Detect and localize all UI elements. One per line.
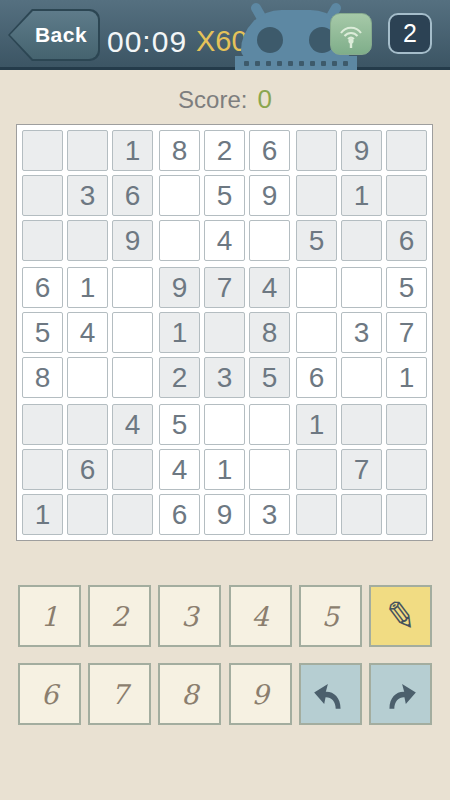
box-3-3: 17 xyxy=(296,404,427,535)
cell-r7c3[interactable]: 4 xyxy=(112,404,153,445)
hint-counter-badge[interactable]: 2 xyxy=(388,13,432,54)
digit-button-7[interactable]: 7 xyxy=(88,663,151,725)
cell-r8c2[interactable]: 6 xyxy=(67,449,108,490)
cell-r7c9[interactable] xyxy=(386,404,427,445)
pencil-button[interactable]: ✎ xyxy=(369,585,432,647)
cell-r6c1[interactable]: 8 xyxy=(22,357,63,398)
digit-button-8[interactable]: 8 xyxy=(158,663,221,725)
cell-r4c2[interactable]: 1 xyxy=(67,267,108,308)
cell-r8c9[interactable] xyxy=(386,449,427,490)
cell-r1c9[interactable] xyxy=(386,130,427,171)
cell-r3c8[interactable] xyxy=(341,220,382,261)
cell-r6c9[interactable]: 1 xyxy=(386,357,427,398)
cell-r2c6[interactable]: 9 xyxy=(249,175,290,216)
cell-r6c8[interactable] xyxy=(341,357,382,398)
back-label: Back xyxy=(35,23,87,47)
cell-r2c1[interactable] xyxy=(22,175,63,216)
box-2-1: 61548 xyxy=(22,267,153,398)
cell-r1c2[interactable] xyxy=(67,130,108,171)
top-bar: Back 00:09 X60 xyxy=(0,0,450,70)
cell-r7c1[interactable] xyxy=(22,404,63,445)
score-label: Score: xyxy=(178,86,247,113)
cell-r6c6[interactable]: 5 xyxy=(249,357,290,398)
cell-r3c4[interactable] xyxy=(159,220,200,261)
cell-r1c5[interactable]: 2 xyxy=(204,130,245,171)
cell-r5c4[interactable]: 1 xyxy=(159,312,200,353)
cell-r2c2[interactable]: 3 xyxy=(67,175,108,216)
cell-r5c7[interactable] xyxy=(296,312,337,353)
cell-r7c7[interactable]: 1 xyxy=(296,404,337,445)
cell-r7c6[interactable] xyxy=(249,404,290,445)
cell-r7c5[interactable] xyxy=(204,404,245,445)
pencil-icon: ✎ xyxy=(382,592,420,640)
cell-r8c4[interactable]: 4 xyxy=(159,449,200,490)
sudoku-grid: 1369826594915661548974182355376146154169… xyxy=(22,130,427,535)
cell-r5c3[interactable] xyxy=(112,312,153,353)
cell-r9c1[interactable]: 1 xyxy=(22,494,63,535)
cell-r9c7[interactable] xyxy=(296,494,337,535)
robot-band-dot xyxy=(332,61,337,66)
digit-button-9[interactable]: 9 xyxy=(229,663,292,725)
cell-r1c6[interactable]: 6 xyxy=(249,130,290,171)
box-2-2: 97418235 xyxy=(159,267,290,398)
back-button[interactable]: Back xyxy=(8,9,100,61)
box-1-1: 1369 xyxy=(22,130,153,261)
digit-button-4[interactable]: 4 xyxy=(229,585,292,647)
redo-button[interactable] xyxy=(369,663,432,725)
cell-r1c7[interactable] xyxy=(296,130,337,171)
cell-r7c2[interactable] xyxy=(67,404,108,445)
keypad-row-2: 6789 xyxy=(18,663,432,725)
score-value: 0 xyxy=(257,84,271,114)
cell-r7c4[interactable]: 5 xyxy=(159,404,200,445)
cell-r6c5[interactable]: 3 xyxy=(204,357,245,398)
robot-band xyxy=(235,56,357,70)
cell-r4c9[interactable]: 5 xyxy=(386,267,427,308)
robot-band-dot xyxy=(266,61,271,66)
cell-r9c3[interactable] xyxy=(112,494,153,535)
cell-r3c9[interactable]: 6 xyxy=(386,220,427,261)
robot-band-dot xyxy=(343,61,348,66)
score-row: Score:0 xyxy=(0,84,450,115)
cell-r4c4[interactable]: 9 xyxy=(159,267,200,308)
cell-r8c7[interactable] xyxy=(296,449,337,490)
back-button-face: Back xyxy=(10,11,98,59)
cell-r2c8[interactable]: 1 xyxy=(341,175,382,216)
cell-r8c3[interactable] xyxy=(112,449,153,490)
box-1-3: 9156 xyxy=(296,130,427,261)
robot-band-dot xyxy=(310,61,315,66)
cell-r3c6[interactable] xyxy=(249,220,290,261)
cell-r9c8[interactable] xyxy=(341,494,382,535)
box-3-1: 461 xyxy=(22,404,153,535)
cell-r3c5[interactable]: 4 xyxy=(204,220,245,261)
cell-r4c8[interactable] xyxy=(341,267,382,308)
cell-r3c3[interactable]: 9 xyxy=(112,220,153,261)
cell-r3c2[interactable] xyxy=(67,220,108,261)
cell-r6c7[interactable]: 6 xyxy=(296,357,337,398)
undo-button[interactable] xyxy=(299,663,362,725)
cell-r4c7[interactable] xyxy=(296,267,337,308)
keypad-row-1: 12345 ✎ xyxy=(18,585,432,647)
cell-r3c7[interactable]: 5 xyxy=(296,220,337,261)
cell-r8c6[interactable] xyxy=(249,449,290,490)
cell-r7c8[interactable] xyxy=(341,404,382,445)
cell-r9c4[interactable]: 6 xyxy=(159,494,200,535)
sudoku-board: 1369826594915661548974182355376146154169… xyxy=(16,124,433,541)
cell-r1c4[interactable]: 8 xyxy=(159,130,200,171)
cell-r1c1[interactable] xyxy=(22,130,63,171)
cell-r5c6[interactable]: 8 xyxy=(249,312,290,353)
cell-r8c1[interactable] xyxy=(22,449,63,490)
robot-band-dot xyxy=(288,61,293,66)
digit-button-2[interactable]: 2 xyxy=(88,585,151,647)
robot-band-dot xyxy=(244,61,249,66)
robot-band-dot xyxy=(277,61,282,66)
cell-r4c5[interactable]: 7 xyxy=(204,267,245,308)
hotspot-signal-icon xyxy=(336,19,366,49)
box-2-3: 53761 xyxy=(296,267,427,398)
hint-counter-value: 2 xyxy=(403,19,417,48)
cell-r9c6[interactable]: 3 xyxy=(249,494,290,535)
cell-r1c3[interactable]: 1 xyxy=(112,130,153,171)
box-1-2: 826594 xyxy=(159,130,290,261)
cell-r8c5[interactable]: 1 xyxy=(204,449,245,490)
cell-r1c8[interactable]: 9 xyxy=(341,130,382,171)
cell-r2c7[interactable] xyxy=(296,175,337,216)
cell-r4c3[interactable] xyxy=(112,267,153,308)
digit-button-5[interactable]: 5 xyxy=(299,585,362,647)
app-screen: Back 00:09 X60 xyxy=(0,0,450,800)
cell-r2c3[interactable]: 6 xyxy=(112,175,153,216)
redo-arrow-icon xyxy=(381,675,419,713)
undo-arrow-icon xyxy=(311,675,349,713)
cell-r5c5[interactable] xyxy=(204,312,245,353)
robot-band-dot xyxy=(255,61,260,66)
cell-r8c8[interactable]: 7 xyxy=(341,449,382,490)
cell-r5c8[interactable]: 3 xyxy=(341,312,382,353)
cell-r9c9[interactable] xyxy=(386,494,427,535)
cell-r6c2[interactable] xyxy=(67,357,108,398)
cell-r9c2[interactable] xyxy=(67,494,108,535)
box-3-2: 541693 xyxy=(159,404,290,535)
cell-r2c9[interactable] xyxy=(386,175,427,216)
cell-r4c6[interactable]: 4 xyxy=(249,267,290,308)
cell-r2c4[interactable] xyxy=(159,175,200,216)
cell-r4c1[interactable]: 6 xyxy=(22,267,63,308)
robot-band-dot xyxy=(321,61,326,66)
cell-r3c1[interactable] xyxy=(22,220,63,261)
robot-eye-left xyxy=(257,27,283,53)
cell-r6c4[interactable]: 2 xyxy=(159,357,200,398)
robot-band-dot xyxy=(299,61,304,66)
cell-r5c2[interactable]: 4 xyxy=(67,312,108,353)
cell-r2c5[interactable]: 5 xyxy=(204,175,245,216)
timer-display: 00:09 xyxy=(107,25,187,59)
cell-r5c1[interactable]: 5 xyxy=(22,312,63,353)
digit-button-3[interactable]: 3 xyxy=(158,585,221,647)
digit-button-1[interactable]: 1 xyxy=(18,585,81,647)
hotspot-signal-button[interactable] xyxy=(330,13,372,55)
cell-r5c9[interactable]: 7 xyxy=(386,312,427,353)
digit-button-6[interactable]: 6 xyxy=(18,663,81,725)
cell-r9c5[interactable]: 9 xyxy=(204,494,245,535)
cell-r6c3[interactable] xyxy=(112,357,153,398)
